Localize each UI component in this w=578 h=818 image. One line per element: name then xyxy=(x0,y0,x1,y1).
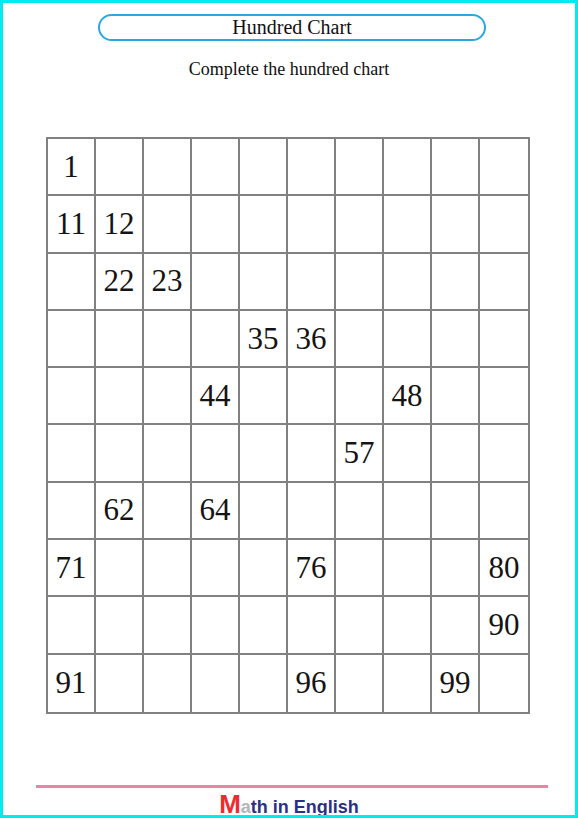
grid-cell-r2c9[interactable] xyxy=(432,196,480,253)
grid-cell-r3c9[interactable] xyxy=(432,254,480,311)
grid-cell-r8c10: 80 xyxy=(480,540,528,597)
worksheet-page: Hundred Chart Complete the hundred chart… xyxy=(0,0,578,818)
grid-cell-r8c7[interactable] xyxy=(336,540,384,597)
grid-cell-r1c4[interactable] xyxy=(192,139,240,196)
grid-cell-r6c2[interactable] xyxy=(96,425,144,482)
grid-cell-r7c8[interactable] xyxy=(384,483,432,540)
grid-cell-r2c7[interactable] xyxy=(336,196,384,253)
grid-cell-r7c7[interactable] xyxy=(336,483,384,540)
grid-cell-r9c1[interactable] xyxy=(48,597,96,654)
grid-cell-r1c8[interactable] xyxy=(384,139,432,196)
page-title: Hundred Chart xyxy=(232,16,351,39)
grid-cell-r10c7[interactable] xyxy=(336,655,384,712)
grid-cell-r2c10[interactable] xyxy=(480,196,528,253)
grid-cell-r8c3[interactable] xyxy=(144,540,192,597)
grid-cell-r9c6[interactable] xyxy=(288,597,336,654)
grid-cell-r4c8[interactable] xyxy=(384,311,432,368)
grid-cell-r1c7[interactable] xyxy=(336,139,384,196)
grid-cell-r8c1: 71 xyxy=(48,540,96,597)
grid-cell-r5c7[interactable] xyxy=(336,368,384,425)
instruction-text: Complete the hundred chart xyxy=(3,59,575,80)
grid-cell-r1c2[interactable] xyxy=(96,139,144,196)
grid-cell-r2c5[interactable] xyxy=(240,196,288,253)
grid-cell-r8c5[interactable] xyxy=(240,540,288,597)
grid-cell-r8c8[interactable] xyxy=(384,540,432,597)
grid-cell-r4c10[interactable] xyxy=(480,311,528,368)
grid-cell-r9c7[interactable] xyxy=(336,597,384,654)
grid-cell-r7c10[interactable] xyxy=(480,483,528,540)
grid-cell-r4c3[interactable] xyxy=(144,311,192,368)
grid-cell-r7c2: 62 xyxy=(96,483,144,540)
grid-cell-r6c9[interactable] xyxy=(432,425,480,482)
grid-cell-r3c3: 23 xyxy=(144,254,192,311)
grid-cell-r2c8[interactable] xyxy=(384,196,432,253)
grid-cell-r1c6[interactable] xyxy=(288,139,336,196)
grid-cell-r10c9: 99 xyxy=(432,655,480,712)
footer-divider xyxy=(36,785,548,788)
grid-cell-r10c4[interactable] xyxy=(192,655,240,712)
grid-cell-r9c8[interactable] xyxy=(384,597,432,654)
grid-cell-r9c2[interactable] xyxy=(96,597,144,654)
grid-cell-r2c2: 12 xyxy=(96,196,144,253)
grid-cell-r1c9[interactable] xyxy=(432,139,480,196)
grid-cell-r1c1: 1 xyxy=(48,139,96,196)
grid-cell-r4c1[interactable] xyxy=(48,311,96,368)
grid-cell-r9c4[interactable] xyxy=(192,597,240,654)
grid-cell-r3c1[interactable] xyxy=(48,254,96,311)
grid-cell-r1c10[interactable] xyxy=(480,139,528,196)
grid-cell-r10c1: 91 xyxy=(48,655,96,712)
grid-cell-r10c3[interactable] xyxy=(144,655,192,712)
grid-cell-r5c5[interactable] xyxy=(240,368,288,425)
grid-cell-r5c3[interactable] xyxy=(144,368,192,425)
grid-cell-r6c5[interactable] xyxy=(240,425,288,482)
grid-cell-r3c10[interactable] xyxy=(480,254,528,311)
grid-cell-r4c4[interactable] xyxy=(192,311,240,368)
grid-cell-r10c8[interactable] xyxy=(384,655,432,712)
grid-cell-r2c6[interactable] xyxy=(288,196,336,253)
grid-cell-r3c7[interactable] xyxy=(336,254,384,311)
grid-cell-r9c3[interactable] xyxy=(144,597,192,654)
grid-cell-r3c8[interactable] xyxy=(384,254,432,311)
grid-cell-r9c10: 90 xyxy=(480,597,528,654)
grid-cell-r5c9[interactable] xyxy=(432,368,480,425)
grid-cell-r4c2[interactable] xyxy=(96,311,144,368)
title-banner: Hundred Chart xyxy=(98,14,486,41)
hundred-chart-grid: 1111222233536444857626471768090919699 xyxy=(46,137,530,714)
grid-cell-r8c2[interactable] xyxy=(96,540,144,597)
grid-cell-r5c4: 44 xyxy=(192,368,240,425)
grid-cell-r10c10[interactable] xyxy=(480,655,528,712)
logo-letter-m: M xyxy=(219,789,241,818)
logo-text-rest: th in English xyxy=(251,797,359,817)
math-in-english-logo: Math in English xyxy=(3,790,575,818)
grid-cell-r10c2[interactable] xyxy=(96,655,144,712)
grid-cell-r8c9[interactable] xyxy=(432,540,480,597)
grid-cell-r4c9[interactable] xyxy=(432,311,480,368)
grid-cell-r8c4[interactable] xyxy=(192,540,240,597)
grid-cell-r6c8[interactable] xyxy=(384,425,432,482)
grid-cell-r2c1: 11 xyxy=(48,196,96,253)
grid-cell-r1c3[interactable] xyxy=(144,139,192,196)
grid-cell-r8c6: 76 xyxy=(288,540,336,597)
grid-cell-r7c1[interactable] xyxy=(48,483,96,540)
grid-cell-r10c6: 96 xyxy=(288,655,336,712)
grid-cell-r6c7: 57 xyxy=(336,425,384,482)
grid-cell-r7c4: 64 xyxy=(192,483,240,540)
grid-cell-r7c5[interactable] xyxy=(240,483,288,540)
grid-cell-r7c6[interactable] xyxy=(288,483,336,540)
grid-cell-r6c6[interactable] xyxy=(288,425,336,482)
grid-cell-r5c8: 48 xyxy=(384,368,432,425)
grid-cell-r9c5[interactable] xyxy=(240,597,288,654)
grid-cell-r2c4[interactable] xyxy=(192,196,240,253)
grid-cell-r4c5: 35 xyxy=(240,311,288,368)
grid-cell-r4c7[interactable] xyxy=(336,311,384,368)
grid-cell-r1c5[interactable] xyxy=(240,139,288,196)
grid-cell-r6c3[interactable] xyxy=(144,425,192,482)
grid-cell-r2c3[interactable] xyxy=(144,196,192,253)
grid-cell-r5c1[interactable] xyxy=(48,368,96,425)
grid-cell-r5c10[interactable] xyxy=(480,368,528,425)
grid-cell-r3c2: 22 xyxy=(96,254,144,311)
grid-cell-r4c6: 36 xyxy=(288,311,336,368)
grid-cell-r6c4[interactable] xyxy=(192,425,240,482)
grid-cell-r3c5[interactable] xyxy=(240,254,288,311)
grid-cell-r5c2[interactable] xyxy=(96,368,144,425)
grid-cell-r7c3[interactable] xyxy=(144,483,192,540)
grid-cell-r6c10[interactable] xyxy=(480,425,528,482)
grid-cell-r10c5[interactable] xyxy=(240,655,288,712)
grid-cell-r9c9[interactable] xyxy=(432,597,480,654)
grid-cell-r3c6[interactable] xyxy=(288,254,336,311)
grid-cell-r7c9[interactable] xyxy=(432,483,480,540)
logo-letter-a: a xyxy=(241,797,251,817)
grid-cell-r6c1[interactable] xyxy=(48,425,96,482)
grid-cell-r3c4[interactable] xyxy=(192,254,240,311)
grid-cell-r5c6[interactable] xyxy=(288,368,336,425)
